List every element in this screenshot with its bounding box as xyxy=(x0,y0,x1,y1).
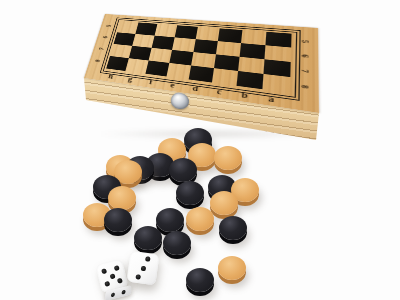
checker-wood xyxy=(214,146,242,170)
checker-black xyxy=(176,181,204,205)
die-pip xyxy=(111,292,115,297)
checker-wood xyxy=(218,256,246,280)
checker-black xyxy=(134,226,162,250)
rank-label-right-5: 5 xyxy=(300,40,311,44)
file-label-d: d xyxy=(192,83,199,92)
file-label-g: g xyxy=(127,75,133,83)
die-pip xyxy=(117,278,123,284)
die-showing-3 xyxy=(126,251,159,286)
checker-black xyxy=(186,268,214,292)
die-pip xyxy=(114,265,120,271)
rank-label-left-7: 7 xyxy=(98,47,106,50)
rank-label-right-7: 7 xyxy=(299,69,310,73)
checker-black xyxy=(163,231,191,255)
file-label-h: h xyxy=(108,72,115,80)
checker-wood xyxy=(108,186,136,210)
die-pip xyxy=(121,289,125,294)
file-label-e: e xyxy=(170,80,176,88)
checker-black xyxy=(169,158,197,182)
die-pip xyxy=(104,281,110,287)
rank-label-left-6: 6 xyxy=(101,36,109,39)
product-photo: hgfedcba55667788 xyxy=(0,0,400,300)
square-d8 xyxy=(189,65,214,82)
die-face-3 xyxy=(126,251,159,286)
checker-wood xyxy=(210,191,238,215)
square-c8 xyxy=(212,68,238,86)
checker-black xyxy=(156,208,184,232)
square-e8 xyxy=(166,63,191,80)
square-f8 xyxy=(145,60,169,76)
checker-wood xyxy=(186,207,214,231)
die-pip xyxy=(145,256,151,262)
file-label-a: a xyxy=(268,94,274,104)
file-label-b: b xyxy=(241,90,248,99)
rank-label-right-6: 6 xyxy=(300,54,311,58)
rank-label-right-8: 8 xyxy=(299,84,310,89)
file-label-c: c xyxy=(216,87,222,96)
rank-label-left-8: 8 xyxy=(94,59,102,62)
file-label-f: f xyxy=(149,77,154,85)
die-pip xyxy=(101,268,107,274)
die-pip xyxy=(135,274,141,280)
die-pip xyxy=(109,273,115,279)
die-showing-5 xyxy=(95,259,128,294)
die-pip xyxy=(140,265,146,271)
checker-black xyxy=(104,208,132,232)
checker-black xyxy=(219,216,247,240)
rank-label-left-5: 5 xyxy=(105,25,113,28)
